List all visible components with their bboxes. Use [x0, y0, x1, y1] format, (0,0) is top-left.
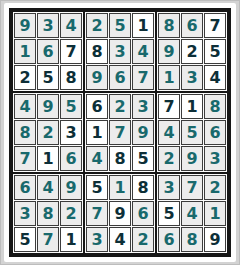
- box-2-1: 495823716: [12, 92, 84, 173]
- cell-r6c8[interactable]: 9: [181, 146, 203, 171]
- cell-r3c6[interactable]: 7: [132, 65, 154, 90]
- box-2-2: 623179485: [84, 92, 156, 173]
- cell-r1c7[interactable]: 8: [158, 13, 180, 38]
- cell-r1c2[interactable]: 3: [37, 13, 59, 38]
- cell-r4c8: 1: [181, 94, 203, 119]
- cell-r3c2: 5: [37, 65, 59, 90]
- cell-r6c7[interactable]: 2: [158, 146, 180, 171]
- cell-r9c8[interactable]: 8: [181, 227, 203, 252]
- cell-r1c5[interactable]: 5: [109, 13, 131, 38]
- cell-r9c6[interactable]: 2: [132, 227, 154, 252]
- cell-r8c6[interactable]: 6: [132, 201, 154, 226]
- cell-r9c4[interactable]: 3: [86, 227, 108, 252]
- cell-r8c9[interactable]: 1: [204, 201, 226, 226]
- cell-r2c8: 2: [181, 39, 203, 64]
- cell-r1c4[interactable]: 2: [86, 13, 108, 38]
- cell-r6c2: 1: [37, 146, 59, 171]
- cell-r2c4: 8: [86, 39, 108, 64]
- cell-r8c3[interactable]: 2: [60, 201, 82, 226]
- cell-r4c2[interactable]: 9: [37, 94, 59, 119]
- cell-r9c1: 5: [14, 227, 36, 252]
- cell-r9c5: 4: [109, 227, 131, 252]
- cell-r7c5[interactable]: 1: [109, 175, 131, 200]
- box-1-1: 934167258: [12, 11, 84, 92]
- cell-r7c8[interactable]: 7: [181, 175, 203, 200]
- cell-r5c5[interactable]: 7: [109, 120, 131, 145]
- cell-r6c6: 5: [132, 146, 154, 171]
- cell-r4c1[interactable]: 4: [14, 94, 36, 119]
- cell-r3c8[interactable]: 3: [181, 65, 203, 90]
- cell-r2c1[interactable]: 1: [14, 39, 36, 64]
- box-3-2: 518796342: [84, 173, 156, 254]
- cell-r5c7[interactable]: 4: [158, 120, 180, 145]
- cell-r8c8[interactable]: 4: [181, 201, 203, 226]
- cell-r2c5[interactable]: 3: [109, 39, 131, 64]
- cell-r5c3: 3: [60, 120, 82, 145]
- cell-r6c3[interactable]: 6: [60, 146, 82, 171]
- cell-r3c1: 2: [14, 65, 36, 90]
- cell-r9c2[interactable]: 7: [37, 227, 59, 252]
- cell-r1c6: 1: [132, 13, 154, 38]
- cell-r1c9: 7: [204, 13, 226, 38]
- cell-r3c3: 8: [60, 65, 82, 90]
- cell-r7c3[interactable]: 9: [60, 175, 82, 200]
- cell-r3c9: 4: [204, 65, 226, 90]
- cell-r7c2[interactable]: 4: [37, 175, 59, 200]
- cell-r3c4[interactable]: 9: [86, 65, 108, 90]
- cell-r4c5[interactable]: 2: [109, 94, 131, 119]
- cell-r7c6: 8: [132, 175, 154, 200]
- sudoku-board: 9341672582518349678679251344958237166231…: [9, 8, 231, 257]
- cell-r4c3[interactable]: 5: [60, 94, 82, 119]
- cell-r4c4: 6: [86, 94, 108, 119]
- cell-r7c9[interactable]: 2: [204, 175, 226, 200]
- cell-r7c7[interactable]: 3: [158, 175, 180, 200]
- cell-r3c5[interactable]: 6: [109, 65, 131, 90]
- cell-r5c9[interactable]: 6: [204, 120, 226, 145]
- box-1-3: 867925134: [156, 11, 228, 92]
- cell-r4c7: 7: [158, 94, 180, 119]
- cell-r8c4[interactable]: 7: [86, 201, 108, 226]
- cell-r9c7[interactable]: 6: [158, 227, 180, 252]
- cell-r6c9[interactable]: 3: [204, 146, 226, 171]
- sudoku-panel: 9341672582518349678679251344958237166231…: [4, 3, 236, 262]
- cell-r8c1[interactable]: 3: [14, 201, 36, 226]
- cell-r2c3: 7: [60, 39, 82, 64]
- cell-r1c8[interactable]: 6: [181, 13, 203, 38]
- cell-r9c3: 1: [60, 227, 82, 252]
- cell-r7c4: 5: [86, 175, 108, 200]
- cell-r5c2[interactable]: 2: [37, 120, 59, 145]
- box-2-3: 718456293: [156, 92, 228, 173]
- box-1-2: 251834967: [84, 11, 156, 92]
- cell-r8c7: 5: [158, 201, 180, 226]
- cell-r5c8[interactable]: 5: [181, 120, 203, 145]
- cell-r5c1[interactable]: 8: [14, 120, 36, 145]
- cell-r8c5: 9: [109, 201, 131, 226]
- cell-r1c1[interactable]: 9: [14, 13, 36, 38]
- cell-r9c9: 9: [204, 227, 226, 252]
- cell-r6c4[interactable]: 4: [86, 146, 108, 171]
- cell-r1c3[interactable]: 4: [60, 13, 82, 38]
- cell-r4c6[interactable]: 3: [132, 94, 154, 119]
- cell-r5c6[interactable]: 9: [132, 120, 154, 145]
- cell-r7c1[interactable]: 6: [14, 175, 36, 200]
- cell-r5c4: 1: [86, 120, 108, 145]
- cell-r2c9: 5: [204, 39, 226, 64]
- cell-r6c1[interactable]: 7: [14, 146, 36, 171]
- page-background: 9341672582518349678679251344958237166231…: [0, 0, 240, 265]
- cell-r2c7[interactable]: 9: [158, 39, 180, 64]
- cell-r2c6[interactable]: 4: [132, 39, 154, 64]
- cell-r4c9[interactable]: 8: [204, 94, 226, 119]
- cell-r2c2[interactable]: 6: [37, 39, 59, 64]
- box-3-1: 649382571: [12, 173, 84, 254]
- box-3-3: 372541689: [156, 173, 228, 254]
- cell-r8c2[interactable]: 8: [37, 201, 59, 226]
- cell-r3c7[interactable]: 1: [158, 65, 180, 90]
- cell-r6c5: 8: [109, 146, 131, 171]
